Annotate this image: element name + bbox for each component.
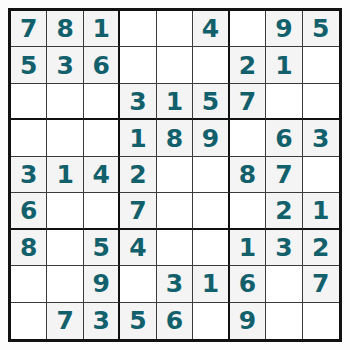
cell-r1c9-given[interactable]: 5 — [303, 11, 339, 47]
cell-r6c1-given[interactable]: 6 — [11, 193, 47, 229]
cell-r7c7-given[interactable]: 1 — [230, 230, 266, 266]
cell-r9c3-given[interactable]: 3 — [84, 303, 120, 339]
cell-r6c4-given[interactable]: 7 — [120, 193, 156, 229]
cell-r4c9-given[interactable]: 3 — [303, 120, 339, 156]
cell-r2c3-given[interactable]: 6 — [84, 47, 120, 83]
cell-r6c8-given[interactable]: 2 — [266, 193, 302, 229]
cell-r9c2-given[interactable]: 7 — [47, 303, 83, 339]
cell-r9c5-given[interactable]: 6 — [157, 303, 193, 339]
cell-r7c8-given[interactable]: 3 — [266, 230, 302, 266]
cell-r4c6-given[interactable]: 9 — [193, 120, 229, 156]
cell-r8c3-given[interactable]: 9 — [84, 266, 120, 302]
cell-r1c4-empty[interactable] — [120, 11, 156, 47]
cell-r1c7-empty[interactable] — [230, 11, 266, 47]
cell-r5c5-empty[interactable] — [157, 157, 193, 193]
cell-r7c4-given[interactable]: 4 — [120, 230, 156, 266]
cell-r3c2-empty[interactable] — [47, 84, 83, 120]
cell-r6c5-empty[interactable] — [157, 193, 193, 229]
cell-r2c1-given[interactable]: 5 — [11, 47, 47, 83]
cell-r3c3-empty[interactable] — [84, 84, 120, 120]
cell-r8c6-given[interactable]: 1 — [193, 266, 229, 302]
cell-r4c7-empty[interactable] — [230, 120, 266, 156]
cell-r5c1-given[interactable]: 3 — [11, 157, 47, 193]
cell-r5c8-given[interactable]: 7 — [266, 157, 302, 193]
cell-r4c1-empty[interactable] — [11, 120, 47, 156]
cell-r8c7-given[interactable]: 6 — [230, 266, 266, 302]
cell-r2c5-empty[interactable] — [157, 47, 193, 83]
cell-r2c4-empty[interactable] — [120, 47, 156, 83]
cell-r8c5-given[interactable]: 3 — [157, 266, 193, 302]
cell-r8c4-empty[interactable] — [120, 266, 156, 302]
cell-r5c9-empty[interactable] — [303, 157, 339, 193]
cell-r4c4-given[interactable]: 1 — [120, 120, 156, 156]
cell-r3c9-empty[interactable] — [303, 84, 339, 120]
cell-r9c1-empty[interactable] — [11, 303, 47, 339]
cell-r7c9-given[interactable]: 2 — [303, 230, 339, 266]
cell-r8c1-empty[interactable] — [11, 266, 47, 302]
page-background: 7814955362131571896331428767218541329316… — [0, 0, 350, 350]
cell-r8c9-given[interactable]: 7 — [303, 266, 339, 302]
cell-r1c1-given[interactable]: 7 — [11, 11, 47, 47]
cell-r3c7-given[interactable]: 7 — [230, 84, 266, 120]
cell-r3c1-empty[interactable] — [11, 84, 47, 120]
cell-r5c3-given[interactable]: 4 — [84, 157, 120, 193]
cell-r4c8-given[interactable]: 6 — [266, 120, 302, 156]
cell-r3c8-empty[interactable] — [266, 84, 302, 120]
sudoku-board: 7814955362131571896331428767218541329316… — [8, 8, 342, 342]
cell-r5c4-given[interactable]: 2 — [120, 157, 156, 193]
cell-r7c5-empty[interactable] — [157, 230, 193, 266]
cell-r8c2-empty[interactable] — [47, 266, 83, 302]
cell-r9c7-given[interactable]: 9 — [230, 303, 266, 339]
cell-r2c6-empty[interactable] — [193, 47, 229, 83]
cell-r5c7-given[interactable]: 8 — [230, 157, 266, 193]
cell-r9c6-empty[interactable] — [193, 303, 229, 339]
cell-r5c2-given[interactable]: 1 — [47, 157, 83, 193]
cell-r4c3-empty[interactable] — [84, 120, 120, 156]
cell-r3c5-given[interactable]: 1 — [157, 84, 193, 120]
cell-r2c2-given[interactable]: 3 — [47, 47, 83, 83]
cell-r4c5-given[interactable]: 8 — [157, 120, 193, 156]
cell-r1c5-empty[interactable] — [157, 11, 193, 47]
cell-r1c2-given[interactable]: 8 — [47, 11, 83, 47]
cell-r6c9-given[interactable]: 1 — [303, 193, 339, 229]
cell-r2c8-given[interactable]: 1 — [266, 47, 302, 83]
cell-r5c6-empty[interactable] — [193, 157, 229, 193]
cell-r7c2-empty[interactable] — [47, 230, 83, 266]
cell-r3c6-given[interactable]: 5 — [193, 84, 229, 120]
cell-r9c9-empty[interactable] — [303, 303, 339, 339]
cell-r1c6-given[interactable]: 4 — [193, 11, 229, 47]
cell-r2c7-given[interactable]: 2 — [230, 47, 266, 83]
cell-r8c8-empty[interactable] — [266, 266, 302, 302]
cell-r6c2-empty[interactable] — [47, 193, 83, 229]
cell-r1c8-given[interactable]: 9 — [266, 11, 302, 47]
cell-r7c6-empty[interactable] — [193, 230, 229, 266]
cell-r7c1-given[interactable]: 8 — [11, 230, 47, 266]
cell-r1c3-given[interactable]: 1 — [84, 11, 120, 47]
cell-r6c7-empty[interactable] — [230, 193, 266, 229]
cell-r2c9-empty[interactable] — [303, 47, 339, 83]
cell-r3c4-given[interactable]: 3 — [120, 84, 156, 120]
cell-r4c2-empty[interactable] — [47, 120, 83, 156]
cell-r6c3-empty[interactable] — [84, 193, 120, 229]
cell-r7c3-given[interactable]: 5 — [84, 230, 120, 266]
cell-r9c8-empty[interactable] — [266, 303, 302, 339]
cell-r6c6-empty[interactable] — [193, 193, 229, 229]
cell-r9c4-given[interactable]: 5 — [120, 303, 156, 339]
